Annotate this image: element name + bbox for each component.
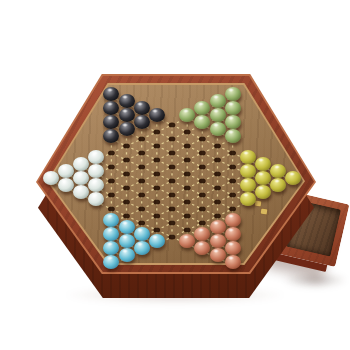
marble-red[interactable]	[225, 213, 241, 227]
marble-yellow[interactable]	[255, 157, 271, 171]
marble-yellow[interactable]	[255, 171, 271, 185]
marble-yellow[interactable]	[255, 185, 271, 199]
maker-mark-icon	[261, 209, 268, 215]
marble-black[interactable]	[119, 108, 135, 122]
marble-white[interactable]	[43, 171, 59, 185]
marble-blue[interactable]	[119, 220, 135, 234]
marble-red[interactable]	[225, 255, 241, 269]
marble-green[interactable]	[210, 122, 226, 136]
marble-red[interactable]	[210, 220, 226, 234]
marble-green[interactable]	[210, 94, 226, 108]
marble-green[interactable]	[210, 108, 226, 122]
marble-yellow[interactable]	[240, 150, 256, 164]
marble-red[interactable]	[210, 234, 226, 248]
maker-mark-icon	[255, 201, 262, 207]
marble-red[interactable]	[210, 248, 226, 262]
marble-blue[interactable]	[134, 227, 150, 241]
marble-yellow[interactable]	[270, 164, 286, 178]
marble-white[interactable]	[58, 164, 74, 178]
marble-red[interactable]	[225, 227, 241, 241]
marble-white[interactable]	[73, 157, 89, 171]
product-photo-scene	[0, 0, 350, 350]
marble-green[interactable]	[225, 129, 241, 143]
marble-yellow[interactable]	[240, 178, 256, 192]
marble-white[interactable]	[73, 185, 89, 199]
marble-blue[interactable]	[119, 234, 135, 248]
marble-black[interactable]	[119, 94, 135, 108]
marble-yellow[interactable]	[270, 178, 286, 192]
marble-green[interactable]	[225, 115, 241, 129]
marble-black[interactable]	[119, 122, 135, 136]
marble-yellow[interactable]	[240, 164, 256, 178]
marble-yellow[interactable]	[240, 192, 256, 206]
marble-black[interactable]	[134, 115, 150, 129]
marble-black[interactable]	[149, 108, 165, 122]
drawer-ground-shadow	[282, 272, 348, 288]
marble-green[interactable]	[225, 87, 241, 101]
marble-blue[interactable]	[149, 234, 165, 248]
marble-blue[interactable]	[134, 241, 150, 255]
marble-red[interactable]	[225, 241, 241, 255]
marble-green[interactable]	[225, 101, 241, 115]
marble-white[interactable]	[58, 178, 74, 192]
marble-blue[interactable]	[119, 248, 135, 262]
marble-white[interactable]	[73, 171, 89, 185]
marble-black[interactable]	[134, 101, 150, 115]
